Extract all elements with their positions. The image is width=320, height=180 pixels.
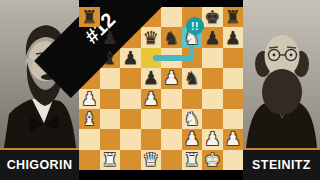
square-e3[interactable] bbox=[161, 109, 182, 129]
square-g3[interactable] bbox=[202, 109, 223, 129]
square-c3[interactable] bbox=[120, 109, 141, 129]
square-b5[interactable] bbox=[100, 68, 121, 88]
move-path-horizontal bbox=[153, 55, 194, 60]
square-c2[interactable] bbox=[120, 129, 141, 149]
left-name-bar: CHIGORIN bbox=[0, 150, 79, 180]
piece-black-knight-f5[interactable]: ♞ bbox=[182, 68, 203, 88]
steinitz-portrait-image bbox=[243, 0, 320, 148]
right-name-bar: STEINITZ bbox=[243, 150, 320, 180]
piece-black-rook-h8[interactable]: ♜ bbox=[223, 7, 244, 27]
square-b4[interactable] bbox=[100, 89, 121, 109]
square-b3[interactable] bbox=[100, 109, 121, 129]
piece-white-queen-d1[interactable]: ♛ bbox=[141, 150, 162, 170]
square-h6[interactable] bbox=[223, 48, 244, 68]
piece-white-pawn-h2[interactable]: ♟ bbox=[223, 129, 244, 149]
thumbnail: CHIGORIN bbox=[0, 0, 320, 180]
piece-white-pawn-g2[interactable]: ♟ bbox=[202, 129, 223, 149]
steinitz-portrait bbox=[243, 0, 320, 148]
piece-black-pawn-b7[interactable]: ♟ bbox=[100, 27, 121, 47]
square-e4[interactable] bbox=[161, 89, 182, 109]
double-exclam: !! bbox=[191, 20, 199, 32]
square-b2[interactable] bbox=[100, 129, 121, 149]
piece-black-pawn-h7[interactable]: ♟ bbox=[223, 27, 244, 47]
square-h1[interactable] bbox=[223, 150, 244, 170]
square-h4[interactable] bbox=[223, 89, 244, 109]
square-g5[interactable] bbox=[202, 68, 223, 88]
square-g6[interactable] bbox=[202, 48, 223, 68]
piece-white-pawn-d4[interactable]: ♟ bbox=[141, 89, 162, 109]
piece-white-pawn-e5[interactable]: ♟ bbox=[161, 68, 182, 88]
piece-black-bishop-b6[interactable]: ♝ bbox=[100, 48, 121, 68]
square-c4[interactable] bbox=[120, 89, 141, 109]
square-d2[interactable] bbox=[141, 129, 162, 149]
square-f4[interactable] bbox=[182, 89, 203, 109]
player-name-left: CHIGORIN bbox=[7, 158, 73, 172]
square-h5[interactable] bbox=[223, 68, 244, 88]
piece-white-king-g1[interactable]: ♚ bbox=[202, 150, 223, 170]
square-e8[interactable] bbox=[161, 7, 182, 27]
square-g4[interactable] bbox=[202, 89, 223, 109]
piece-white-rook-b1[interactable]: ♜ bbox=[100, 150, 121, 170]
square-h3[interactable] bbox=[223, 109, 244, 129]
piece-black-pawn-g7[interactable]: ♟ bbox=[202, 27, 223, 47]
square-c5[interactable] bbox=[120, 68, 141, 88]
piece-white-pawn-f2[interactable]: ♟ bbox=[182, 129, 203, 149]
piece-black-pawn-c6[interactable]: ♟ bbox=[120, 48, 141, 68]
right-player-panel: STEINITZ bbox=[243, 0, 320, 180]
piece-black-knight-e7[interactable]: ♞ bbox=[161, 27, 182, 47]
square-e1[interactable] bbox=[161, 150, 182, 170]
piece-black-pawn-d5[interactable]: ♟ bbox=[141, 68, 162, 88]
square-a1[interactable] bbox=[79, 150, 100, 170]
player-name-right: STEINITZ bbox=[252, 158, 311, 172]
piece-white-bishop-a3[interactable]: ♝ bbox=[79, 109, 100, 129]
square-c1[interactable] bbox=[120, 150, 141, 170]
brilliant-move-badge: !! bbox=[186, 17, 204, 35]
piece-white-knight-f3[interactable]: ♞ bbox=[182, 109, 203, 129]
square-d3[interactable] bbox=[141, 109, 162, 129]
chess-board: #12 ♜♚♜♟♛♞♞♟♟♝♟♟♟♞♟♟♝♞♟♟♟♜♛♜♚ !! bbox=[79, 7, 243, 170]
piece-black-rook-a8[interactable]: ♜ bbox=[79, 7, 100, 27]
piece-black-king-g8[interactable]: ♚ bbox=[202, 7, 223, 27]
square-e2[interactable] bbox=[161, 129, 182, 149]
square-a2[interactable] bbox=[79, 129, 100, 149]
piece-white-pawn-a4[interactable]: ♟ bbox=[79, 89, 100, 109]
piece-white-rook-f1[interactable]: ♜ bbox=[182, 150, 203, 170]
piece-black-queen-d7[interactable]: ♛ bbox=[141, 27, 162, 47]
